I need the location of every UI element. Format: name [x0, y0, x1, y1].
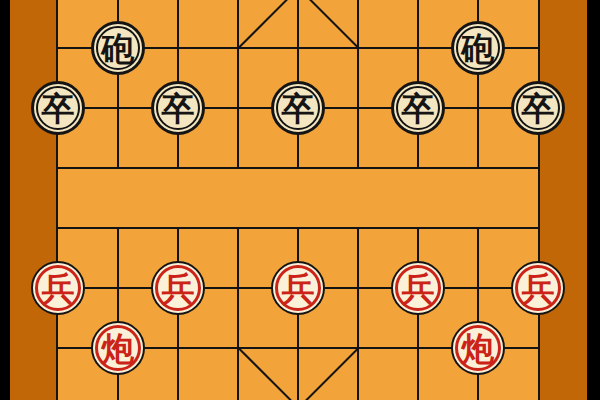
piece-inner-ring: 卒 [516, 86, 560, 130]
piece-glyph: 卒 [42, 93, 75, 126]
piece-glyph: 兵 [522, 273, 555, 306]
piece-glyph: 砲 [102, 33, 135, 66]
piece-black-cannon-b3[interactable]: 砲 [91, 21, 145, 75]
piece-glyph: 炮 [102, 333, 135, 366]
pieces-layer: 砲砲卒卒卒卒卒兵兵兵兵兵炮炮 [0, 0, 600, 400]
piece-inner-ring: 砲 [456, 26, 500, 70]
piece-red-cannon-b8[interactable]: 炮 [91, 321, 145, 375]
piece-glyph: 卒 [522, 93, 555, 126]
piece-black-soldier-a4[interactable]: 卒 [31, 81, 85, 135]
piece-red-soldier-i7[interactable]: 兵 [511, 261, 565, 315]
piece-red-soldier-g7[interactable]: 兵 [391, 261, 445, 315]
xiangqi-screenshot: 砲砲卒卒卒卒卒兵兵兵兵兵炮炮 [0, 0, 600, 400]
piece-inner-ring: 卒 [276, 86, 320, 130]
piece-red-soldier-a7[interactable]: 兵 [31, 261, 85, 315]
piece-black-soldier-c4[interactable]: 卒 [151, 81, 205, 135]
piece-glyph: 砲 [462, 33, 495, 66]
piece-inner-ring: 兵 [155, 265, 201, 311]
piece-black-soldier-g4[interactable]: 卒 [391, 81, 445, 135]
piece-inner-ring: 炮 [95, 325, 141, 371]
piece-glyph: 卒 [402, 93, 435, 126]
piece-red-cannon-h8[interactable]: 炮 [451, 321, 505, 375]
piece-inner-ring: 炮 [455, 325, 501, 371]
piece-black-cannon-h3[interactable]: 砲 [451, 21, 505, 75]
piece-glyph: 兵 [402, 273, 435, 306]
piece-glyph: 卒 [162, 93, 195, 126]
piece-glyph: 兵 [162, 273, 195, 306]
piece-black-soldier-i4[interactable]: 卒 [511, 81, 565, 135]
piece-inner-ring: 兵 [35, 265, 81, 311]
piece-glyph: 兵 [282, 273, 315, 306]
piece-inner-ring: 兵 [275, 265, 321, 311]
piece-inner-ring: 卒 [396, 86, 440, 130]
piece-red-soldier-c7[interactable]: 兵 [151, 261, 205, 315]
piece-inner-ring: 砲 [96, 26, 140, 70]
piece-inner-ring: 兵 [515, 265, 561, 311]
piece-black-soldier-e4[interactable]: 卒 [271, 81, 325, 135]
piece-inner-ring: 兵 [395, 265, 441, 311]
piece-inner-ring: 卒 [156, 86, 200, 130]
piece-red-soldier-e7[interactable]: 兵 [271, 261, 325, 315]
piece-glyph: 炮 [462, 333, 495, 366]
piece-glyph: 兵 [42, 273, 75, 306]
piece-glyph: 卒 [282, 93, 315, 126]
piece-inner-ring: 卒 [36, 86, 80, 130]
